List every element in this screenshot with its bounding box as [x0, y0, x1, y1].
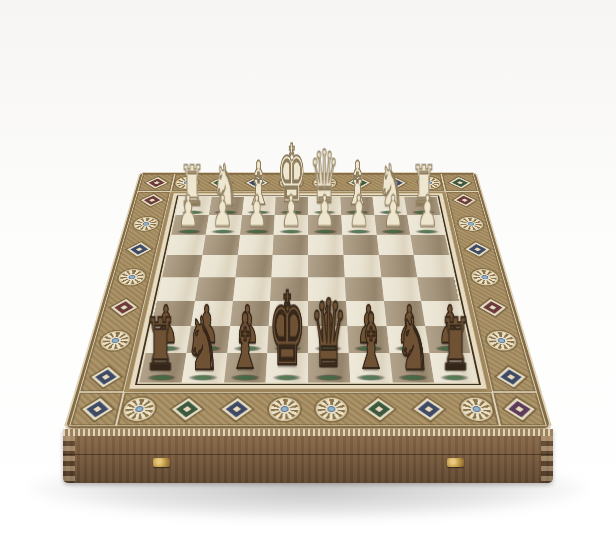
rosette-inlay: [459, 397, 495, 420]
mosaic-corner-top-left: [137, 174, 175, 192]
diamond-center-dot: [120, 305, 127, 310]
diamond-tile: [144, 196, 160, 205]
diamond-center-dot: [507, 374, 515, 380]
square-g8[interactable]: ♞: [181, 353, 226, 382]
square-f8[interactable]: ♝: [224, 353, 268, 382]
rosette-center-dot: [112, 339, 118, 343]
piece-black-rook-a8[interactable]: ♜: [439, 309, 471, 380]
product-photo-scene: ♜♞♝♚♛♝♞♜♟♟♟♟♟♟♟♟♟♟♟♟♟♟♟♟♜♞♝♚♛♝♞♜: [0, 0, 616, 546]
rosette-center-dot: [129, 276, 135, 279]
box-lid-seam: [63, 454, 553, 455]
diamond-center-dot: [183, 406, 191, 412]
diamond-tile: [500, 369, 521, 384]
square-c4[interactable]: [343, 255, 381, 277]
piece-white-pawn-c2[interactable]: ♟: [349, 190, 369, 233]
square-d8[interactable]: ♛: [308, 353, 350, 382]
square-h8[interactable]: ♜: [139, 353, 186, 382]
rosette-center-dot: [482, 276, 488, 279]
diamond-center-dot: [474, 247, 481, 251]
piece-black-bishop-f8[interactable]: ♝: [229, 304, 260, 381]
diamond-tile: [148, 178, 164, 186]
square-e2[interactable]: ♟: [274, 215, 308, 234]
rosette-center-dot: [282, 407, 288, 411]
piece-white-pawn-g2[interactable]: ♟: [213, 190, 233, 233]
diamond-center-dot: [461, 198, 467, 201]
square-d3[interactable]: [308, 235, 343, 256]
rosette-center-dot: [328, 407, 334, 411]
diamond-inlay: [461, 241, 494, 258]
square-f3[interactable]: [237, 235, 273, 256]
diamond-inlay: [168, 396, 207, 422]
diamond-tile: [86, 401, 108, 417]
rosette-inlay: [116, 269, 146, 285]
square-a2[interactable]: ♟: [407, 215, 444, 234]
playing-field-inner-border: ♜♞♝♚♛♝♞♜♟♟♟♟♟♟♟♟♟♟♟♟♟♟♟♟♜♞♝♚♛♝♞♜: [135, 195, 481, 385]
square-b4[interactable]: [379, 255, 418, 277]
square-a3[interactable]: [410, 235, 449, 256]
square-g2[interactable]: ♟: [206, 215, 242, 234]
diamond-inlay: [409, 396, 448, 422]
diamond-center-dot: [425, 406, 433, 412]
diamond-tile: [452, 178, 468, 186]
rosette-inlay: [315, 397, 347, 420]
diamond-tile: [114, 301, 133, 314]
piece-white-pawn-b2[interactable]: ♟: [383, 190, 403, 233]
diamond-inlay: [360, 396, 397, 422]
rosette-center-dot: [473, 407, 480, 411]
diamond-tile: [368, 401, 390, 417]
diamond-center-dot: [375, 406, 383, 412]
carved-bevel-edge: [63, 429, 553, 436]
square-g4[interactable]: [199, 255, 238, 277]
square-c3[interactable]: [342, 235, 378, 256]
rosette-center-dot: [136, 407, 143, 411]
rosette-inlay: [457, 217, 485, 231]
rosette-inlay: [269, 397, 301, 420]
piece-white-pawn-h2[interactable]: ♟: [178, 190, 198, 233]
diamond-tile: [176, 401, 198, 417]
square-h2[interactable]: ♟: [171, 215, 208, 234]
piece-black-queen-d8[interactable]: ♛: [310, 287, 347, 380]
board-grid: ♜♞♝♚♛♝♞♜♟♟♟♟♟♟♟♟♟♟♟♟♟♟♟♟♜♞♝♚♛♝♞♜: [139, 197, 476, 382]
brass-clasp: [153, 458, 170, 467]
diamond-tile: [418, 401, 440, 417]
dovetail-joint-right: [541, 436, 553, 483]
diamond-center-dot: [153, 181, 159, 184]
diamond-tile: [483, 301, 502, 314]
diamond-center-dot: [93, 406, 101, 412]
diamond-tile: [508, 401, 530, 417]
piece-white-pawn-f2[interactable]: ♟: [247, 190, 267, 233]
diamond-tile: [130, 244, 148, 255]
diamond-inlay: [445, 176, 474, 190]
mosaic-border-bottom: [116, 392, 500, 426]
diamond-tile: [95, 369, 116, 384]
diamond-tile: [456, 196, 472, 205]
mosaic-corner-bottom-right: [492, 392, 547, 426]
diamond-inlay: [76, 396, 118, 422]
piece-black-rook-h8[interactable]: ♜: [145, 309, 177, 380]
diamond-inlay: [122, 241, 155, 258]
diamond-inlay: [450, 193, 480, 207]
square-a4[interactable]: [414, 255, 454, 277]
rosette-inlay: [121, 397, 157, 420]
piece-white-pawn-a2[interactable]: ♟: [417, 190, 437, 233]
diamond-center-dot: [101, 374, 109, 380]
rosette-inlay: [484, 331, 518, 350]
diamond-inlay: [218, 396, 255, 422]
square-d2[interactable]: ♟: [308, 215, 342, 234]
square-c2[interactable]: ♟: [341, 215, 376, 234]
square-e8[interactable]: ♚: [266, 353, 308, 382]
rosette-inlay: [98, 331, 132, 350]
diamond-center-dot: [136, 247, 143, 251]
rosette-inlay: [132, 217, 160, 231]
dovetail-joint-left: [63, 436, 75, 483]
rosette-center-dot: [468, 223, 473, 226]
piece-black-bishop-c8[interactable]: ♝: [356, 304, 387, 381]
square-e3[interactable]: [273, 235, 308, 256]
square-d4[interactable]: [308, 255, 344, 277]
square-f4[interactable]: [235, 255, 273, 277]
rosette-center-dot: [498, 339, 504, 343]
square-a8[interactable]: ♜: [430, 353, 477, 382]
diamond-inlay: [491, 365, 531, 389]
diamond-center-dot: [233, 406, 241, 412]
piece-white-pawn-d2[interactable]: ♟: [315, 190, 335, 233]
square-b2[interactable]: ♟: [374, 215, 410, 234]
mosaic-corner-top-right: [441, 174, 479, 192]
rosette-inlay: [469, 269, 499, 285]
rosette-center-dot: [143, 223, 148, 226]
square-g3[interactable]: [202, 235, 240, 256]
square-f2[interactable]: ♟: [240, 215, 275, 234]
diamond-inlay: [85, 365, 125, 389]
box-front-edge: [63, 429, 553, 483]
square-c8[interactable]: ♝: [349, 353, 393, 382]
diamond-center-dot: [515, 406, 523, 412]
perspective-stage: ♜♞♝♚♛♝♞♜♟♟♟♟♟♟♟♟♟♟♟♟♟♟♟♟♜♞♝♚♛♝♞♜: [63, 0, 553, 430]
square-b3[interactable]: [376, 235, 414, 256]
chess-board-top: ♜♞♝♚♛♝♞♜♟♟♟♟♟♟♟♟♟♟♟♟♟♟♟♟♜♞♝♚♛♝♞♜: [63, 172, 553, 430]
square-h3[interactable]: [167, 235, 206, 256]
diamond-inlay: [137, 193, 167, 207]
piece-black-king-e8[interactable]: ♚: [268, 279, 305, 380]
piece-white-pawn-e2[interactable]: ♟: [281, 190, 301, 233]
diamond-inlay: [498, 396, 540, 422]
diamond-center-dot: [457, 181, 463, 184]
diamond-tile: [468, 244, 486, 255]
mosaic-corner-bottom-left: [69, 392, 124, 426]
diamond-inlay: [475, 298, 511, 318]
square-h4[interactable]: [162, 255, 202, 277]
brass-clasp: [447, 458, 464, 467]
piece-black-knight-g8[interactable]: ♞: [186, 307, 220, 380]
diamond-center-dot: [149, 198, 155, 201]
diamond-inlay: [105, 298, 141, 318]
diamond-center-dot: [489, 305, 496, 310]
diamond-inlay: [142, 176, 171, 190]
playing-field-frame: ♜♞♝♚♛♝♞♜♟♟♟♟♟♟♟♟♟♟♟♟♟♟♟♟♜♞♝♚♛♝♞♜: [129, 193, 486, 388]
diamond-tile: [226, 401, 248, 417]
square-b8[interactable]: ♞: [389, 353, 434, 382]
piece-black-knight-b8[interactable]: ♞: [396, 307, 430, 380]
